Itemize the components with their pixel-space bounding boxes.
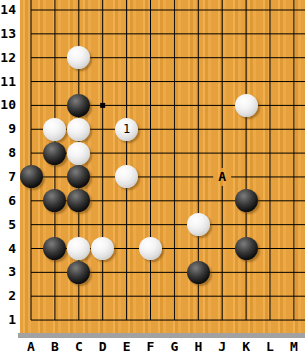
- intersection-E9[interactable]: 1: [115, 117, 139, 141]
- intersection-E7[interactable]: [115, 165, 139, 189]
- intersection-B13[interactable]: [43, 22, 67, 46]
- go-board: 1A: [20, 0, 305, 333]
- row-label-12: 12: [0, 50, 16, 66]
- intersection-C9[interactable]: [67, 117, 91, 141]
- intersection-J10[interactable]: [210, 94, 234, 118]
- intersection-J3[interactable]: [210, 260, 234, 284]
- intersection-J5[interactable]: [210, 213, 234, 237]
- intersection-J13[interactable]: [210, 22, 234, 46]
- intersection-L3[interactable]: [258, 260, 282, 284]
- intersection-K4[interactable]: [234, 237, 258, 261]
- white-stone: [187, 213, 210, 236]
- intersection-K12[interactable]: [234, 46, 258, 70]
- intersection-D13[interactable]: [91, 22, 115, 46]
- intersection-D8[interactable]: [91, 141, 115, 165]
- intersection-B1[interactable]: [43, 308, 67, 332]
- intersection-J8[interactable]: [210, 141, 234, 165]
- intersection-G5[interactable]: [162, 213, 186, 237]
- intersection-L13[interactable]: [258, 22, 282, 46]
- intersection-L10[interactable]: [258, 94, 282, 118]
- column-label-K: K: [238, 340, 254, 354]
- intersection-F6[interactable]: [139, 189, 163, 213]
- intersection-F11[interactable]: [139, 70, 163, 94]
- intersection-D4[interactable]: [91, 237, 115, 261]
- intersection-D6[interactable]: [91, 189, 115, 213]
- intersection-H5[interactable]: [186, 213, 210, 237]
- intersection-K2[interactable]: [234, 284, 258, 308]
- intersection-F13[interactable]: [139, 22, 163, 46]
- intersection-A5[interactable]: [19, 213, 43, 237]
- white-stone: [67, 118, 90, 141]
- intersection-K10[interactable]: [234, 94, 258, 118]
- black-stone: [43, 237, 66, 260]
- intersection-A14[interactable]: [19, 0, 43, 22]
- intersection-J2[interactable]: [210, 284, 234, 308]
- intersection-L7[interactable]: [258, 165, 282, 189]
- intersection-F3[interactable]: [139, 260, 163, 284]
- intersection-H1[interactable]: [186, 308, 210, 332]
- intersection-C14[interactable]: [67, 0, 91, 22]
- white-stone: [67, 142, 90, 165]
- white-stone: [139, 237, 162, 260]
- intersection-G7[interactable]: [162, 165, 186, 189]
- intersection-J11[interactable]: [210, 70, 234, 94]
- row-label-13: 13: [0, 26, 16, 42]
- black-stone: [20, 165, 43, 188]
- intersection-G4[interactable]: [162, 237, 186, 261]
- row-label-9: 9: [0, 121, 16, 137]
- intersection-A8[interactable]: [19, 141, 43, 165]
- intersection-B12[interactable]: [43, 46, 67, 70]
- intersection-C2[interactable]: [67, 284, 91, 308]
- intersection-E11[interactable]: [115, 70, 139, 94]
- black-stone: [67, 189, 90, 212]
- intersection-A1[interactable]: [19, 308, 43, 332]
- intersection-F1[interactable]: [139, 308, 163, 332]
- column-label-H: H: [190, 340, 206, 354]
- intersection-G12[interactable]: [162, 46, 186, 70]
- intersection-G3[interactable]: [162, 260, 186, 284]
- column-label-C: C: [71, 340, 87, 354]
- intersection-E8[interactable]: [115, 141, 139, 165]
- column-label-D: D: [95, 340, 111, 354]
- intersection-B11[interactable]: [43, 70, 67, 94]
- intersection-B7[interactable]: [43, 165, 67, 189]
- intersection-C7[interactable]: [67, 165, 91, 189]
- intersection-M8[interactable]: [282, 141, 305, 165]
- intersection-J4[interactable]: [210, 237, 234, 261]
- column-label-G: G: [166, 340, 182, 354]
- intersection-M11[interactable]: [282, 70, 305, 94]
- intersection-K8[interactable]: [234, 141, 258, 165]
- intersection-K1[interactable]: [234, 308, 258, 332]
- intersection-G9[interactable]: [162, 117, 186, 141]
- intersection-L6[interactable]: [258, 189, 282, 213]
- row-label-14: 14: [0, 2, 16, 18]
- intersection-H14[interactable]: [186, 0, 210, 22]
- intersection-C4[interactable]: [67, 237, 91, 261]
- intersection-E14[interactable]: [115, 0, 139, 22]
- intersection-E3[interactable]: [115, 260, 139, 284]
- intersection-L5[interactable]: [258, 213, 282, 237]
- intersection-C12[interactable]: [67, 46, 91, 70]
- intersection-J6[interactable]: [210, 189, 234, 213]
- intersection-B8[interactable]: [43, 141, 67, 165]
- intersection-K3[interactable]: [234, 260, 258, 284]
- intersection-F2[interactable]: [139, 284, 163, 308]
- column-label-L: L: [262, 340, 278, 354]
- intersection-F12[interactable]: [139, 46, 163, 70]
- intersection-G1[interactable]: [162, 308, 186, 332]
- black-stone: [67, 94, 90, 117]
- intersection-J1[interactable]: [210, 308, 234, 332]
- intersection-M4[interactable]: [282, 237, 305, 261]
- intersection-H7[interactable]: [186, 165, 210, 189]
- intersection-H9[interactable]: [186, 117, 210, 141]
- intersection-A11[interactable]: [19, 70, 43, 94]
- intersection-M6[interactable]: [282, 189, 305, 213]
- intersection-M1[interactable]: [282, 308, 305, 332]
- intersection-L11[interactable]: [258, 70, 282, 94]
- row-label-4: 4: [0, 241, 16, 257]
- row-label-6: 6: [0, 193, 16, 209]
- intersection-D9[interactable]: [91, 117, 115, 141]
- intersection-E2[interactable]: [115, 284, 139, 308]
- intersection-G14[interactable]: [162, 0, 186, 22]
- intersection-M13[interactable]: [282, 22, 305, 46]
- move-number-label: 1: [123, 123, 130, 135]
- intersection-F14[interactable]: [139, 0, 163, 22]
- intersection-D7[interactable]: [91, 165, 115, 189]
- white-stone: [91, 237, 114, 260]
- intersection-D5[interactable]: [91, 213, 115, 237]
- row-label-10: 10: [0, 97, 16, 113]
- intersection-J9[interactable]: [210, 117, 234, 141]
- board-intersections: 1A: [19, 0, 305, 332]
- intersection-H13[interactable]: [186, 22, 210, 46]
- intersection-G8[interactable]: [162, 141, 186, 165]
- intersection-D12[interactable]: [91, 46, 115, 70]
- intersection-M5[interactable]: [282, 213, 305, 237]
- intersection-B6[interactable]: [43, 189, 67, 213]
- intersection-M9[interactable]: [282, 117, 305, 141]
- intersection-C5[interactable]: [67, 213, 91, 237]
- intersection-M3[interactable]: [282, 260, 305, 284]
- intersection-M2[interactable]: [282, 284, 305, 308]
- intersection-B9[interactable]: [43, 117, 67, 141]
- intersection-H6[interactable]: [186, 189, 210, 213]
- column-label-F: F: [143, 340, 159, 354]
- intersection-H11[interactable]: [186, 70, 210, 94]
- intersection-L2[interactable]: [258, 284, 282, 308]
- intersection-F8[interactable]: [139, 141, 163, 165]
- intersection-B10[interactable]: [43, 94, 67, 118]
- intersection-B14[interactable]: [43, 0, 67, 22]
- intersection-F9[interactable]: [139, 117, 163, 141]
- intersection-C3[interactable]: [67, 260, 91, 284]
- intersection-M12[interactable]: [282, 46, 305, 70]
- intersection-K5[interactable]: [234, 213, 258, 237]
- intersection-D14[interactable]: [91, 0, 115, 22]
- intersection-D3[interactable]: [91, 260, 115, 284]
- intersection-C6[interactable]: [67, 189, 91, 213]
- intersection-G2[interactable]: [162, 284, 186, 308]
- intersection-J14[interactable]: [210, 0, 234, 22]
- row-label-1: 1: [0, 312, 16, 328]
- intersection-M7[interactable]: [282, 165, 305, 189]
- white-stone: 1: [115, 118, 138, 141]
- intersection-L14[interactable]: [258, 0, 282, 22]
- intersection-E10[interactable]: [115, 94, 139, 118]
- intersection-C8[interactable]: [67, 141, 91, 165]
- intersection-G6[interactable]: [162, 189, 186, 213]
- black-stone: [235, 189, 258, 212]
- column-label-B: B: [47, 340, 63, 354]
- intersection-D2[interactable]: [91, 284, 115, 308]
- column-label-A: A: [23, 340, 39, 354]
- black-stone: [187, 261, 210, 284]
- intersection-G11[interactable]: [162, 70, 186, 94]
- intersection-G13[interactable]: [162, 22, 186, 46]
- intersection-A2[interactable]: [19, 284, 43, 308]
- intersection-E5[interactable]: [115, 213, 139, 237]
- black-stone: [67, 165, 90, 188]
- intersection-H12[interactable]: [186, 46, 210, 70]
- intersection-B5[interactable]: [43, 213, 67, 237]
- intersection-C1[interactable]: [67, 308, 91, 332]
- intersection-E4[interactable]: [115, 237, 139, 261]
- intersection-A12[interactable]: [19, 46, 43, 70]
- white-stone: [67, 237, 90, 260]
- intersection-F5[interactable]: [139, 213, 163, 237]
- intersection-E6[interactable]: [115, 189, 139, 213]
- intersection-D1[interactable]: [91, 308, 115, 332]
- intersection-H8[interactable]: [186, 141, 210, 165]
- intersection-B2[interactable]: [43, 284, 67, 308]
- intersection-H10[interactable]: [186, 94, 210, 118]
- intersection-H4[interactable]: [186, 237, 210, 261]
- black-stone: [67, 261, 90, 284]
- row-label-2: 2: [0, 288, 16, 304]
- row-label-7: 7: [0, 169, 16, 185]
- column-label-J: J: [214, 340, 230, 354]
- intersection-C10[interactable]: [67, 94, 91, 118]
- intersection-C11[interactable]: [67, 70, 91, 94]
- intersection-K13[interactable]: [234, 22, 258, 46]
- intersection-F10[interactable]: [139, 94, 163, 118]
- intersection-K7[interactable]: [234, 165, 258, 189]
- row-label-8: 8: [0, 145, 16, 161]
- black-stone: [235, 237, 258, 260]
- black-stone: [43, 189, 66, 212]
- go-diagram: 1413121110987654321 1A ABCDEFGHJKLM: [0, 0, 305, 356]
- intersection-A4[interactable]: [19, 237, 43, 261]
- intersection-L9[interactable]: [258, 117, 282, 141]
- intersection-K9[interactable]: [234, 117, 258, 141]
- intersection-M14[interactable]: [282, 0, 305, 22]
- intersection-A9[interactable]: [19, 117, 43, 141]
- intersection-B4[interactable]: [43, 237, 67, 261]
- white-stone: [115, 165, 138, 188]
- white-stone: [67, 46, 90, 69]
- row-label-3: 3: [0, 264, 16, 280]
- intersection-L8[interactable]: [258, 141, 282, 165]
- intersection-H2[interactable]: [186, 284, 210, 308]
- intersection-E13[interactable]: [115, 22, 139, 46]
- intersection-K14[interactable]: [234, 0, 258, 22]
- intersection-G10[interactable]: [162, 94, 186, 118]
- intersection-L4[interactable]: [258, 237, 282, 261]
- point-letter-label: A: [218, 170, 226, 183]
- intersection-B3[interactable]: [43, 260, 67, 284]
- intersection-F4[interactable]: [139, 237, 163, 261]
- row-label-11: 11: [0, 74, 16, 90]
- intersection-C13[interactable]: [67, 22, 91, 46]
- intersection-L1[interactable]: [258, 308, 282, 332]
- intersection-E1[interactable]: [115, 308, 139, 332]
- white-stone: [235, 94, 258, 117]
- intersection-M10[interactable]: [282, 94, 305, 118]
- intersection-A6[interactable]: [19, 189, 43, 213]
- intersection-H3[interactable]: [186, 260, 210, 284]
- intersection-A13[interactable]: [19, 22, 43, 46]
- intersection-K6[interactable]: [234, 189, 258, 213]
- column-label-E: E: [119, 340, 135, 354]
- intersection-A3[interactable]: [19, 260, 43, 284]
- intersection-D11[interactable]: [91, 70, 115, 94]
- intersection-J7[interactable]: A: [210, 165, 234, 189]
- intersection-J12[interactable]: [210, 46, 234, 70]
- intersection-E12[interactable]: [115, 46, 139, 70]
- board-edge-shadow: [18, 333, 305, 338]
- white-stone: [43, 118, 66, 141]
- black-stone: [43, 142, 66, 165]
- row-label-5: 5: [0, 217, 16, 233]
- intersection-K11[interactable]: [234, 70, 258, 94]
- column-label-M: M: [286, 340, 302, 354]
- intersection-F7[interactable]: [139, 165, 163, 189]
- intersection-L12[interactable]: [258, 46, 282, 70]
- intersection-D10[interactable]: [91, 94, 115, 118]
- intersection-A7[interactable]: [19, 165, 43, 189]
- intersection-A10[interactable]: [19, 94, 43, 118]
